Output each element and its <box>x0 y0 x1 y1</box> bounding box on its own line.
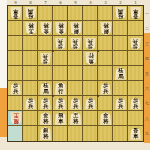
board-cell[interactable] <box>23 126 38 141</box>
piece-kanji: 兵 <box>133 104 138 109</box>
board-cell[interactable] <box>8 21 23 36</box>
piece-kanji: 馬 <box>43 89 48 94</box>
board-cell[interactable] <box>83 6 98 21</box>
rank-label: 八 <box>144 111 150 126</box>
board-cell[interactable] <box>113 51 128 66</box>
board-cell[interactable] <box>128 51 143 66</box>
board-cell[interactable] <box>128 21 143 36</box>
piece-kanji: 兵 <box>28 104 33 109</box>
board-cell[interactable] <box>128 81 143 96</box>
board-cell[interactable] <box>128 111 143 126</box>
board-cell[interactable] <box>23 51 38 66</box>
rank-label: 七 <box>144 96 150 111</box>
shogi-app: 987654321 一二三四五六七八九 香車桂馬桂馬香車玉将金将金将銀将銀将歩兵… <box>0 0 150 150</box>
piece-kanji: 将 <box>43 23 48 28</box>
piece-kanji: 馬 <box>118 8 123 13</box>
rank-label: 五 <box>144 66 150 81</box>
piece-kanji: 香 <box>133 14 138 19</box>
rank-label: 六 <box>144 81 150 96</box>
shogi-board[interactable]: 香車桂馬桂馬香車玉将金将金将銀将銀将歩兵歩兵歩兵歩兵歩兵角行桂馬歩兵桂馬角行歩兵… <box>7 5 144 142</box>
piece-kanji: 将 <box>73 23 78 28</box>
piece-kanji: 兵 <box>88 104 93 109</box>
board-cell[interactable] <box>113 111 128 126</box>
rank-label: 一 <box>144 6 150 21</box>
piece-kanji: 将 <box>43 134 48 139</box>
piece-gote-pawn[interactable]: 歩兵 <box>130 38 141 50</box>
piece-kanji: 将 <box>28 23 33 28</box>
piece-kanji: 兵 <box>73 104 78 109</box>
piece-kanji: 兵 <box>118 104 123 109</box>
piece-kanji: 兵 <box>43 53 48 58</box>
piece-kanji: 兵 <box>58 104 63 109</box>
piece-kanji: 馬 <box>118 74 123 79</box>
piece-kanji: 兵 <box>133 38 138 43</box>
piece-kanji: 将 <box>73 119 78 124</box>
board-cell[interactable] <box>23 66 38 81</box>
board-cell[interactable] <box>23 36 38 51</box>
board-cell[interactable] <box>128 66 143 81</box>
board-cell[interactable] <box>98 96 113 111</box>
board-cell[interactable] <box>68 81 83 96</box>
star-point <box>97 50 99 52</box>
piece-kanji: 将 <box>103 119 108 124</box>
piece-kanji: 香 <box>13 14 18 19</box>
board-cell[interactable] <box>98 6 113 21</box>
piece-kanji: 兵 <box>88 38 93 43</box>
board-cell[interactable] <box>83 81 98 96</box>
board-cell[interactable] <box>38 66 53 81</box>
board-cell[interactable] <box>83 126 98 141</box>
piece-gote-pawn[interactable]: 歩兵 <box>40 53 51 65</box>
board-cell[interactable] <box>53 6 68 21</box>
left-margin <box>0 0 7 88</box>
star-point <box>97 95 99 97</box>
board-cell[interactable] <box>8 96 23 111</box>
board-cell[interactable] <box>23 111 38 126</box>
board-cell[interactable] <box>68 51 83 66</box>
piece-kanji: 桂 <box>118 14 123 19</box>
piece-kanji: 車 <box>133 134 138 139</box>
board-cell[interactable] <box>53 51 68 66</box>
board-cell[interactable] <box>98 126 113 141</box>
piece-kanji: 桂 <box>28 14 33 19</box>
piece-kanji: 行 <box>58 89 63 94</box>
star-point <box>52 50 54 52</box>
piece-kanji: 兵 <box>13 89 18 94</box>
piece-kanji: 車 <box>13 8 18 13</box>
board-cell[interactable] <box>53 126 68 141</box>
piece-kanji: 車 <box>58 119 63 124</box>
board-cell[interactable] <box>8 51 23 66</box>
rank-label: 九 <box>144 126 150 141</box>
piece-kanji: 将 <box>43 119 48 124</box>
board-cell[interactable] <box>68 126 83 141</box>
board-cell[interactable] <box>68 6 83 21</box>
board-cell[interactable] <box>38 36 53 51</box>
board-cell[interactable] <box>83 66 98 81</box>
board-cell[interactable] <box>68 66 83 81</box>
piece-kanji: 兵 <box>43 104 48 109</box>
board-cell[interactable] <box>38 6 53 21</box>
rank-label: 四 <box>144 51 150 66</box>
board-cell[interactable] <box>98 51 113 66</box>
piece-kanji: 兵 <box>73 38 78 43</box>
piece-kanji: 馬 <box>28 8 33 13</box>
piece-kanji: 行 <box>88 53 93 58</box>
piece-gote-pawn[interactable]: 歩兵 <box>70 38 81 50</box>
piece-gote-pawn[interactable]: 歩兵 <box>55 38 66 50</box>
board-cell[interactable] <box>8 66 23 81</box>
board-cell[interactable] <box>113 21 128 36</box>
board-cell[interactable] <box>113 126 128 141</box>
board-cell[interactable] <box>23 81 38 96</box>
piece-kanji: 兵 <box>103 89 108 94</box>
rank-label: 二 <box>144 21 150 36</box>
board-cell[interactable] <box>113 36 128 51</box>
gote-piece-stand <box>0 88 7 137</box>
rank-label: 三 <box>144 36 150 51</box>
board-cell[interactable] <box>83 21 98 36</box>
rank-coordinates: 一二三四五六七八九 <box>144 6 150 141</box>
piece-kanji: 将 <box>58 23 63 28</box>
board-cell[interactable] <box>8 126 23 141</box>
star-point <box>52 95 54 97</box>
board-cell[interactable] <box>53 66 68 81</box>
piece-gote-pawn[interactable]: 歩兵 <box>85 38 96 50</box>
board-cell[interactable] <box>98 36 113 51</box>
piece-kanji: 車 <box>133 8 138 13</box>
board-cell[interactable] <box>113 81 128 96</box>
board-cell[interactable] <box>8 36 23 51</box>
board-cell[interactable] <box>83 111 98 126</box>
board-cell[interactable] <box>98 66 113 81</box>
piece-kanji: 王 <box>13 113 18 118</box>
piece-kanji: 将 <box>103 23 108 28</box>
piece-kanji: 兵 <box>58 38 63 43</box>
